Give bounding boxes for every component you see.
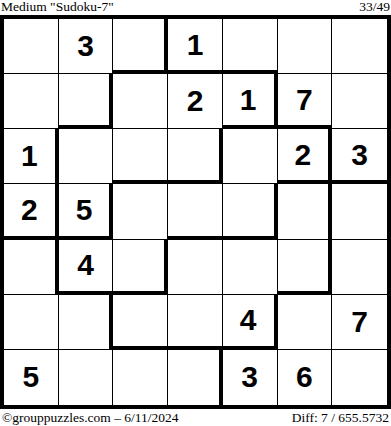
cell-r4c1-given[interactable]: 2: [4, 184, 59, 239]
cell-r2c7-empty[interactable]: [332, 74, 387, 129]
cell-r6c5-given[interactable]: 4: [223, 295, 278, 350]
cell-r3c4-empty[interactable]: [168, 129, 223, 184]
difficulty-text: Diff: 7 / 655.5732: [292, 410, 389, 426]
cell-r5c2-given[interactable]: 4: [59, 240, 114, 295]
cell-r6c4-empty[interactable]: [168, 295, 223, 350]
cell-r7c3-empty[interactable]: [113, 350, 168, 405]
cell-r5c4-empty[interactable]: [168, 240, 223, 295]
puzzle-title: Medium "Sudoku-7": [1, 0, 114, 14]
cell-r7c2-empty[interactable]: [59, 350, 114, 405]
cell-r2c6-given[interactable]: 7: [278, 74, 333, 129]
cell-r4c4-empty[interactable]: [168, 184, 223, 239]
cell-r3c7-given[interactable]: 3: [332, 129, 387, 184]
cell-r5c7-empty[interactable]: [332, 240, 387, 295]
cell-r4c3-empty[interactable]: [113, 184, 168, 239]
cell-r6c6-empty[interactable]: [278, 295, 333, 350]
cell-r2c5-given[interactable]: 1: [223, 74, 278, 129]
cell-r2c3-empty[interactable]: [113, 74, 168, 129]
header-bar: Medium "Sudoku-7" 33/49: [0, 0, 391, 15]
sudoku-board: 3121712325447536: [0, 15, 391, 409]
cell-r1c1-empty[interactable]: [4, 19, 59, 74]
cell-r5c1-empty[interactable]: [4, 240, 59, 295]
cell-r4c2-given[interactable]: 5: [59, 184, 114, 239]
cell-r5c6-empty[interactable]: [278, 240, 333, 295]
cell-r1c4-given[interactable]: 1: [168, 19, 223, 74]
footer-bar: ©grouppuzzles.com – 6/11/2024 Diff: 7 / …: [0, 409, 391, 426]
cell-r4c6-empty[interactable]: [278, 184, 333, 239]
progress-counter: 33/49: [359, 0, 390, 14]
cell-r7c4-empty[interactable]: [168, 350, 223, 405]
cell-r6c3-empty[interactable]: [113, 295, 168, 350]
cell-r5c3-empty[interactable]: [113, 240, 168, 295]
cell-r1c6-empty[interactable]: [278, 19, 333, 74]
cell-r7c7-empty[interactable]: [332, 350, 387, 405]
cell-r4c5-empty[interactable]: [223, 184, 278, 239]
cell-r6c7-given[interactable]: 7: [332, 295, 387, 350]
cell-r2c2-empty[interactable]: [59, 74, 114, 129]
cell-r6c2-empty[interactable]: [59, 295, 114, 350]
cell-r1c7-empty[interactable]: [332, 19, 387, 74]
cell-r1c3-empty[interactable]: [113, 19, 168, 74]
cell-r3c1-given[interactable]: 1: [4, 129, 59, 184]
cell-r3c2-empty[interactable]: [59, 129, 114, 184]
cell-r7c6-given[interactable]: 6: [278, 350, 333, 405]
cell-r7c5-given[interactable]: 3: [223, 350, 278, 405]
cell-r6c1-empty[interactable]: [4, 295, 59, 350]
cell-r1c5-empty[interactable]: [223, 19, 278, 74]
cell-r7c1-given[interactable]: 5: [4, 350, 59, 405]
cell-r2c1-empty[interactable]: [4, 74, 59, 129]
cell-r3c5-empty[interactable]: [223, 129, 278, 184]
cell-r2c4-given[interactable]: 2: [168, 74, 223, 129]
copyright-text: ©grouppuzzles.com – 6/11/2024: [2, 410, 179, 426]
cell-r3c6-given[interactable]: 2: [278, 129, 333, 184]
cell-r3c3-empty[interactable]: [113, 129, 168, 184]
cell-r4c7-empty[interactable]: [332, 184, 387, 239]
cell-r1c2-given[interactable]: 3: [59, 19, 114, 74]
cell-r5c5-empty[interactable]: [223, 240, 278, 295]
